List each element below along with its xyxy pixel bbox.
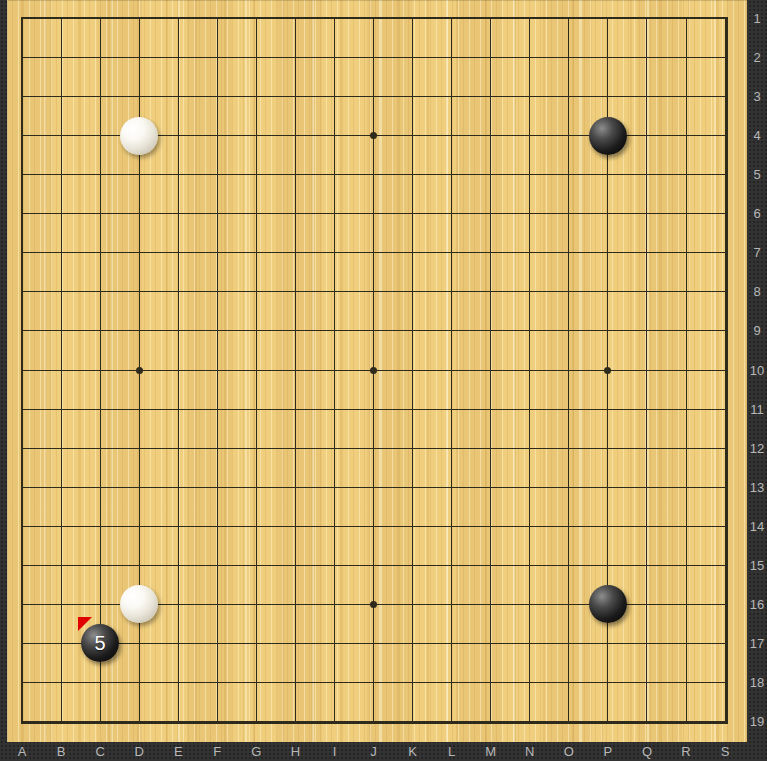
grid-line-vertical [725,19,726,722]
grid-line-horizontal [22,721,725,722]
row-label-15: 15 [747,556,767,575]
row-label-2: 2 [747,48,767,67]
star-point-J10 [370,367,377,374]
col-label-H: H [282,742,308,761]
board-grid: 5 [22,19,725,722]
stone-white-D4[interactable] [120,117,158,155]
last-move-marker-icon [78,617,92,631]
star-point-J16 [370,601,377,608]
col-label-Q: Q [634,742,660,761]
grid-line-horizontal [22,448,725,449]
row-label-7: 7 [747,243,767,262]
grid-line-horizontal [22,643,725,644]
col-label-S: S [712,742,738,761]
move-number-label: 5 [95,633,106,653]
row-label-4: 4 [747,126,767,145]
col-label-E: E [165,742,191,761]
col-label-C: C [87,742,113,761]
col-label-P: P [595,742,621,761]
grid-line-vertical [451,19,452,722]
row-label-14: 14 [747,517,767,536]
col-label-G: G [243,742,269,761]
row-label-9: 9 [747,321,767,340]
col-label-M: M [478,742,504,761]
col-label-A: A [9,742,35,761]
grid-line-horizontal [22,487,725,488]
go-app-window: 5 ABCDEFGHIJKLMNOPQRS1234567891011121314… [0,0,767,761]
grid-line-horizontal [22,565,725,566]
row-label-11: 11 [747,400,767,419]
row-label-5: 5 [747,165,767,184]
star-point-P10 [604,367,611,374]
row-label-18: 18 [747,673,767,692]
grid-line-horizontal [22,682,725,683]
grid-line-vertical [686,19,687,722]
stone-black-P4[interactable] [589,117,627,155]
row-label-3: 3 [747,87,767,106]
row-label-12: 12 [747,439,767,458]
grid-line-vertical [646,19,647,722]
grid-line-horizontal [22,526,725,527]
row-label-1: 1 [747,9,767,28]
col-label-L: L [439,742,465,761]
grid-line-horizontal [22,409,725,410]
grid-line-vertical [490,19,491,722]
star-point-D10 [136,367,143,374]
grid-line-vertical [568,19,569,722]
col-label-F: F [204,742,230,761]
grid-line-vertical [412,19,413,722]
col-label-I: I [321,742,347,761]
row-label-17: 17 [747,634,767,653]
grid-line-vertical [529,19,530,722]
row-label-16: 16 [747,595,767,614]
goban[interactable]: 5 [7,0,747,742]
col-label-K: K [400,742,426,761]
row-label-6: 6 [747,204,767,223]
row-label-19: 19 [747,712,767,731]
col-label-B: B [48,742,74,761]
col-label-J: J [361,742,387,761]
col-label-N: N [517,742,543,761]
col-label-R: R [673,742,699,761]
row-label-8: 8 [747,282,767,301]
row-label-13: 13 [747,478,767,497]
col-label-D: D [126,742,152,761]
row-label-10: 10 [747,361,767,380]
col-label-O: O [556,742,582,761]
